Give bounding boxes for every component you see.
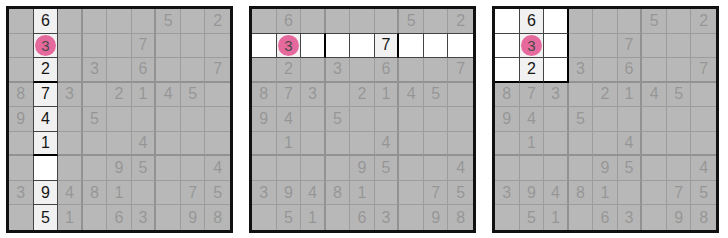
cell-r2c3 [301, 34, 326, 59]
cell-r3c1 [252, 58, 277, 83]
cell-r4c9 [691, 83, 716, 108]
cell-r7c2 [520, 156, 545, 181]
cell-r7c3 [58, 156, 83, 181]
cell-r4c3: 3 [301, 83, 326, 108]
cell-r8c9: 5 [691, 181, 716, 206]
cell-r2c5 [107, 34, 132, 59]
cell-r4c7: 4 [399, 83, 424, 108]
cell-r3c5 [350, 58, 375, 83]
cell-r8c9: 5 [205, 181, 230, 206]
cell-r5c2: 4 [520, 107, 545, 132]
cell-r2c9 [691, 34, 716, 59]
cell-r4c7: 4 [156, 83, 181, 108]
cell-r5c8 [667, 107, 692, 132]
cell-r1c8 [424, 9, 449, 34]
cell-r9c4 [83, 205, 108, 230]
cell-r6c7 [399, 132, 424, 157]
cell-r7c2 [277, 156, 302, 181]
cell-r4c4 [326, 83, 351, 108]
cell-r6c1 [252, 132, 277, 157]
cell-r6c5 [350, 132, 375, 157]
cell-r6c1 [495, 132, 520, 157]
cell-r8c3: 4 [58, 181, 83, 206]
cell-r4c1: 8 [9, 83, 34, 108]
cell-r6c7 [156, 132, 181, 157]
sudoku-board-row-highlight: 6523723678732145945149543948175516398 [249, 6, 476, 233]
cell-r7c4 [326, 156, 351, 181]
cell-r1c3 [301, 9, 326, 34]
cell-r5c1: 9 [495, 107, 520, 132]
cell-r4c4 [83, 83, 108, 108]
cell-r6c2: 1 [520, 132, 545, 157]
cell-r3c8 [181, 58, 206, 83]
cell-r4c8: 5 [181, 83, 206, 108]
cell-r4c1: 8 [495, 83, 520, 108]
cell-r3c6: 6 [618, 58, 643, 83]
cell-r8c9: 5 [448, 181, 473, 206]
cell-r7c5: 9 [107, 156, 132, 181]
cell-r1c7: 5 [399, 9, 424, 34]
cell-r9c3: 1 [544, 205, 569, 230]
cell-r4c1: 8 [252, 83, 277, 108]
cell-r5c5 [593, 107, 618, 132]
cell-r2c3 [544, 34, 569, 59]
cell-r5c6 [375, 107, 400, 132]
cell-r1c1 [252, 9, 277, 34]
cell-r5c5 [107, 107, 132, 132]
cell-r4c5: 2 [107, 83, 132, 108]
cell-r9c1 [252, 205, 277, 230]
cell-r6c6: 4 [132, 132, 157, 157]
sudoku-grid: 6523723678732145945149543948175516398 [495, 9, 716, 230]
cell-r9c6: 3 [132, 205, 157, 230]
sudoku-grid: 6523723678732145945149543948175516398 [252, 9, 473, 230]
cell-r1c4 [326, 9, 351, 34]
cell-r4c2: 7 [277, 83, 302, 108]
cell-r2c2: 3 [34, 34, 59, 59]
cell-r9c9: 8 [205, 205, 230, 230]
cell-r6c5 [593, 132, 618, 157]
cell-r9c7 [156, 205, 181, 230]
cell-r8c3: 4 [301, 181, 326, 206]
cell-r3c1 [9, 58, 34, 83]
cell-r5c4: 5 [569, 107, 594, 132]
cell-r7c7 [156, 156, 181, 181]
cell-r5c8 [181, 107, 206, 132]
highlight-circle: 3 [278, 35, 299, 56]
cell-r9c7 [399, 205, 424, 230]
cell-r9c8: 9 [424, 205, 449, 230]
cell-r2c4 [83, 34, 108, 59]
cell-r1c2: 6 [34, 9, 59, 34]
cell-r7c4 [569, 156, 594, 181]
cell-r9c8: 9 [181, 205, 206, 230]
cell-r2c5 [350, 34, 375, 59]
cell-r5c7 [156, 107, 181, 132]
cell-r9c9: 8 [691, 205, 716, 230]
cell-r8c5: 1 [593, 181, 618, 206]
cell-r2c9 [205, 34, 230, 59]
cell-r6c3 [544, 132, 569, 157]
cell-r7c1 [495, 156, 520, 181]
cell-r2c1 [9, 34, 34, 59]
cell-r3c3 [58, 58, 83, 83]
cell-r1c1 [495, 9, 520, 34]
cell-r5c2: 4 [277, 107, 302, 132]
cell-r4c9 [448, 83, 473, 108]
cell-r8c7 [642, 181, 667, 206]
cell-r2c4 [569, 34, 594, 59]
cell-r7c3 [544, 156, 569, 181]
cell-r8c4: 8 [569, 181, 594, 206]
cell-r5c1: 9 [9, 107, 34, 132]
cell-r9c3: 1 [58, 205, 83, 230]
cell-r2c8 [181, 34, 206, 59]
cell-r1c6 [132, 9, 157, 34]
cell-r5c3 [58, 107, 83, 132]
cell-r6c8 [424, 132, 449, 157]
cell-r3c5 [107, 58, 132, 83]
cell-r2c3 [58, 34, 83, 59]
cell-r8c1: 3 [495, 181, 520, 206]
cell-r3c6: 6 [132, 58, 157, 83]
cell-r5c6 [618, 107, 643, 132]
cell-r8c2: 9 [520, 181, 545, 206]
cell-r6c7 [642, 132, 667, 157]
cell-r9c9: 8 [448, 205, 473, 230]
cell-r7c6: 5 [618, 156, 643, 181]
cell-r6c9 [448, 132, 473, 157]
cell-r3c2: 2 [277, 58, 302, 83]
cell-r5c4: 5 [326, 107, 351, 132]
cell-r6c2: 1 [277, 132, 302, 157]
cell-r9c2: 5 [277, 205, 302, 230]
cell-r3c7 [156, 58, 181, 83]
cell-r5c8 [424, 107, 449, 132]
cell-r9c4 [569, 205, 594, 230]
cell-r8c4: 8 [83, 181, 108, 206]
cell-r3c7 [399, 58, 424, 83]
sudoku-board-column-highlight: 6523723678732145945149543948175516398 [6, 6, 233, 233]
cell-r2c7 [399, 34, 424, 59]
cell-r7c5: 9 [350, 156, 375, 181]
cell-r3c4: 3 [83, 58, 108, 83]
highlight-circle: 3 [521, 35, 542, 56]
cell-r1c6 [618, 9, 643, 34]
cell-r6c9 [205, 132, 230, 157]
cell-r2c6: 7 [132, 34, 157, 59]
cell-r5c9 [205, 107, 230, 132]
cell-r1c1 [9, 9, 34, 34]
cell-r2c8 [424, 34, 449, 59]
cell-r9c5: 6 [593, 205, 618, 230]
cell-r3c9: 7 [691, 58, 716, 83]
cell-r7c8 [181, 156, 206, 181]
cell-r1c7: 5 [156, 9, 181, 34]
cell-r3c8 [667, 58, 692, 83]
cell-r6c4 [326, 132, 351, 157]
cell-r8c8: 7 [181, 181, 206, 206]
cell-r7c7 [642, 156, 667, 181]
cell-r7c8 [667, 156, 692, 181]
cell-r2c5 [593, 34, 618, 59]
cell-r5c4: 5 [83, 107, 108, 132]
cell-r8c8: 7 [424, 181, 449, 206]
cell-r5c1: 9 [252, 107, 277, 132]
cell-r1c2: 6 [520, 9, 545, 34]
cell-r6c3 [58, 132, 83, 157]
cell-r4c8: 5 [667, 83, 692, 108]
cell-r1c3 [544, 9, 569, 34]
cell-r1c8 [667, 9, 692, 34]
cell-r8c3: 4 [544, 181, 569, 206]
cell-r7c6: 5 [375, 156, 400, 181]
cell-r2c2: 3 [520, 34, 545, 59]
cell-r2c4 [326, 34, 351, 59]
cell-r8c6 [375, 181, 400, 206]
cell-r8c6 [618, 181, 643, 206]
cell-r2c6: 7 [618, 34, 643, 59]
cell-r8c7 [156, 181, 181, 206]
cell-r1c5 [107, 9, 132, 34]
cell-r2c1 [495, 34, 520, 59]
cell-r7c8 [424, 156, 449, 181]
cell-r9c5: 6 [107, 205, 132, 230]
cell-r8c2: 9 [277, 181, 302, 206]
cell-r1c7: 5 [642, 9, 667, 34]
cell-r7c3 [301, 156, 326, 181]
cell-r2c1 [252, 34, 277, 59]
cell-r7c1 [252, 156, 277, 181]
cell-r3c4: 3 [569, 58, 594, 83]
sudoku-grid: 6523723678732145945149543948175516398 [9, 9, 230, 230]
cell-r6c6: 4 [618, 132, 643, 157]
cell-r2c7 [642, 34, 667, 59]
cell-r5c9 [691, 107, 716, 132]
cell-r3c9: 7 [205, 58, 230, 83]
cell-r7c9: 4 [205, 156, 230, 181]
cell-r6c8 [667, 132, 692, 157]
cell-r7c2 [34, 156, 59, 181]
cell-r1c9: 2 [691, 9, 716, 34]
cell-r1c6 [375, 9, 400, 34]
cell-r2c8 [667, 34, 692, 59]
cell-r6c1 [9, 132, 34, 157]
cell-r5c3 [301, 107, 326, 132]
cell-r4c9 [205, 83, 230, 108]
cell-r9c1 [9, 205, 34, 230]
cell-r8c5: 1 [107, 181, 132, 206]
cell-r6c9 [691, 132, 716, 157]
cell-r5c7 [642, 107, 667, 132]
cell-r8c2: 9 [34, 181, 59, 206]
cell-r6c2: 1 [34, 132, 59, 157]
cell-r2c7 [156, 34, 181, 59]
cell-r4c5: 2 [350, 83, 375, 108]
cell-r4c6: 1 [375, 83, 400, 108]
cell-r9c2: 5 [520, 205, 545, 230]
cell-r5c9 [448, 107, 473, 132]
cell-r7c5: 9 [593, 156, 618, 181]
cell-r6c3 [301, 132, 326, 157]
cell-r6c5 [107, 132, 132, 157]
cell-r7c6: 5 [132, 156, 157, 181]
cell-r4c4 [569, 83, 594, 108]
cell-r5c3 [544, 107, 569, 132]
cell-r4c6: 1 [618, 83, 643, 108]
cell-r4c2: 7 [34, 83, 59, 108]
cell-r8c6 [132, 181, 157, 206]
cell-r5c7 [399, 107, 424, 132]
cell-r3c8 [424, 58, 449, 83]
cell-r4c3: 3 [58, 83, 83, 108]
cell-r6c4 [83, 132, 108, 157]
cell-r4c6: 1 [132, 83, 157, 108]
cell-r9c3: 1 [301, 205, 326, 230]
cell-r9c7 [642, 205, 667, 230]
cell-r5c2: 4 [34, 107, 59, 132]
cell-r3c7 [642, 58, 667, 83]
cell-r7c9: 4 [448, 156, 473, 181]
cell-r4c7: 4 [642, 83, 667, 108]
cell-r1c3 [58, 9, 83, 34]
cell-r1c4 [569, 9, 594, 34]
cell-r9c4 [326, 205, 351, 230]
cell-r3c3 [301, 58, 326, 83]
cell-r6c6: 4 [375, 132, 400, 157]
cell-r4c5: 2 [593, 83, 618, 108]
cell-r5c6 [132, 107, 157, 132]
cell-r7c4 [83, 156, 108, 181]
cell-r8c4: 8 [326, 181, 351, 206]
cell-r1c5 [350, 9, 375, 34]
cell-r9c5: 6 [350, 205, 375, 230]
cell-r3c6: 6 [375, 58, 400, 83]
cell-r1c9: 2 [448, 9, 473, 34]
highlight-circle: 3 [35, 35, 56, 56]
cell-r9c6: 3 [375, 205, 400, 230]
cell-r9c6: 3 [618, 205, 643, 230]
cell-r7c1 [9, 156, 34, 181]
cell-r1c5 [593, 9, 618, 34]
cell-r9c2: 5 [34, 205, 59, 230]
cell-r8c1: 3 [9, 181, 34, 206]
cell-r6c8 [181, 132, 206, 157]
cell-r7c7 [399, 156, 424, 181]
cell-r8c5: 1 [350, 181, 375, 206]
cell-r3c2: 2 [34, 58, 59, 83]
cell-r8c1: 3 [252, 181, 277, 206]
cell-r2c6: 7 [375, 34, 400, 59]
cell-r9c1 [495, 205, 520, 230]
cell-r9c8: 9 [667, 205, 692, 230]
cell-r8c7 [399, 181, 424, 206]
cell-r1c9: 2 [205, 9, 230, 34]
cell-r4c2: 7 [520, 83, 545, 108]
cell-r4c8: 5 [424, 83, 449, 108]
cell-r2c9 [448, 34, 473, 59]
cell-r3c2: 2 [520, 58, 545, 83]
cell-r1c8 [181, 9, 206, 34]
cell-r3c5 [593, 58, 618, 83]
cell-r3c3 [544, 58, 569, 83]
cell-r2c2: 3 [277, 34, 302, 59]
cell-r3c9: 7 [448, 58, 473, 83]
cell-r3c1 [495, 58, 520, 83]
cell-r4c3: 3 [544, 83, 569, 108]
cell-r3c4: 3 [326, 58, 351, 83]
cell-r1c2: 6 [277, 9, 302, 34]
cell-r8c8: 7 [667, 181, 692, 206]
cell-r7c9: 4 [691, 156, 716, 181]
cell-r5c5 [350, 107, 375, 132]
cell-r6c4 [569, 132, 594, 157]
sudoku-board-box-highlight: 6523723678732145945149543948175516398 [492, 6, 719, 233]
cell-r1c4 [83, 9, 108, 34]
